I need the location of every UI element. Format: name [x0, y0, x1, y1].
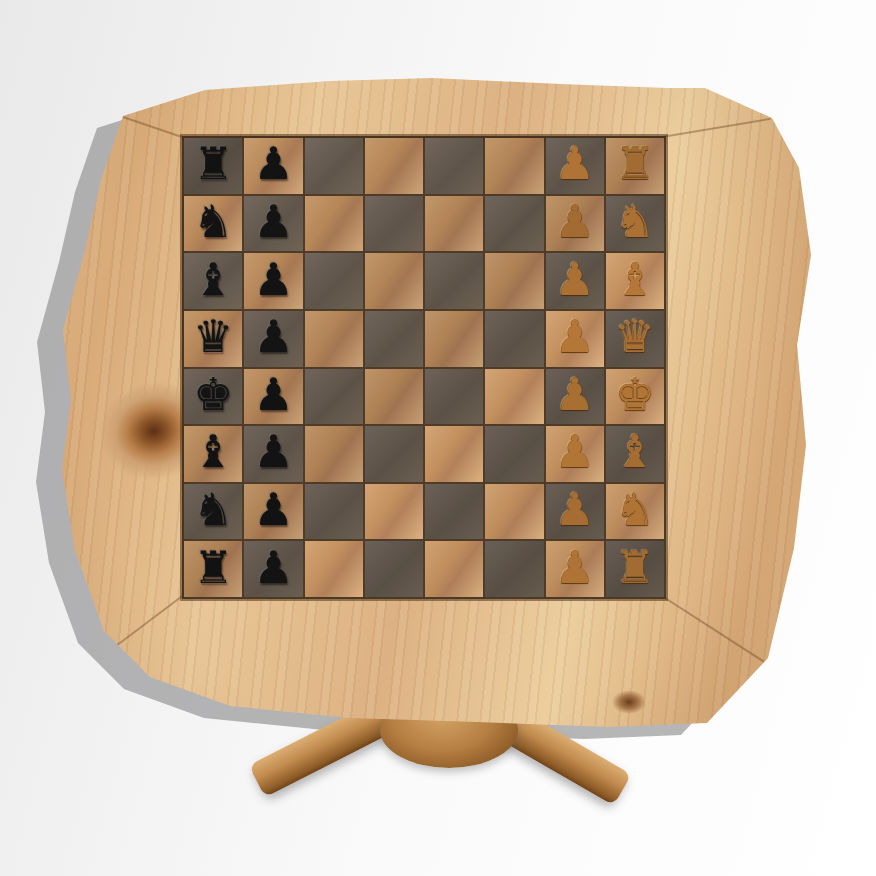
piece-white-knight[interactable]: ♞	[615, 199, 655, 244]
square-r1c7[interactable]: ♟	[546, 138, 604, 194]
square-r7c6[interactable]	[485, 484, 543, 540]
square-r2c4[interactable]	[365, 196, 423, 252]
square-r4c6[interactable]	[485, 311, 543, 367]
square-r3c8[interactable]: ♝	[606, 253, 664, 309]
piece-white-pawn[interactable]: ♟	[554, 257, 594, 302]
square-r6c7[interactable]: ♟	[546, 426, 604, 482]
square-r2c8[interactable]: ♞	[606, 196, 664, 252]
square-r7c1[interactable]: ♞	[184, 484, 242, 540]
square-r5c3[interactable]	[305, 369, 363, 425]
piece-black-pawn[interactable]: ♟	[253, 141, 293, 186]
piece-black-pawn[interactable]: ♟	[253, 257, 293, 302]
square-r3c2[interactable]: ♟	[244, 253, 302, 309]
square-r4c5[interactable]	[425, 311, 483, 367]
square-r6c8[interactable]: ♝	[606, 426, 664, 482]
square-r4c7[interactable]: ♟	[546, 311, 604, 367]
square-r7c5[interactable]	[425, 484, 483, 540]
square-r4c2[interactable]: ♟	[244, 311, 302, 367]
square-r6c2[interactable]: ♟	[244, 426, 302, 482]
square-r7c2[interactable]: ♟	[244, 484, 302, 540]
piece-black-bishop[interactable]: ♝	[193, 429, 233, 474]
square-r6c5[interactable]	[425, 426, 483, 482]
square-r8c5[interactable]	[425, 541, 483, 597]
piece-black-rook[interactable]: ♜	[193, 141, 233, 186]
chess-board[interactable]: ♜♟♟♜♞♟♟♞♝♟♟♝♛♟♟♛♚♟♟♚♝♟♟♝♞♟♟♞♜♟♟♜	[182, 136, 666, 599]
piece-black-pawn[interactable]: ♟	[253, 429, 293, 474]
piece-black-queen[interactable]: ♛	[193, 314, 233, 359]
square-r1c1[interactable]: ♜	[184, 138, 242, 194]
square-r7c7[interactable]: ♟	[546, 484, 604, 540]
piece-white-rook[interactable]: ♜	[615, 141, 655, 186]
square-r6c4[interactable]	[365, 426, 423, 482]
square-r3c4[interactable]	[365, 253, 423, 309]
square-r3c1[interactable]: ♝	[184, 253, 242, 309]
square-r7c4[interactable]	[365, 484, 423, 540]
square-r1c2[interactable]: ♟	[244, 138, 302, 194]
frame-miter-seam-bottom-right	[661, 595, 764, 662]
square-r1c3[interactable]	[305, 138, 363, 194]
piece-black-knight[interactable]: ♞	[193, 487, 233, 532]
square-r3c3[interactable]	[305, 253, 363, 309]
square-r8c2[interactable]: ♟	[244, 541, 302, 597]
square-r5c5[interactable]	[425, 369, 483, 425]
square-r2c3[interactable]	[305, 196, 363, 252]
square-r2c1[interactable]: ♞	[184, 196, 242, 252]
square-r5c1[interactable]: ♚	[184, 369, 242, 425]
piece-black-bishop[interactable]: ♝	[193, 257, 233, 302]
square-r2c5[interactable]	[425, 196, 483, 252]
square-r4c4[interactable]	[365, 311, 423, 367]
piece-black-pawn[interactable]: ♟	[253, 545, 293, 590]
square-r4c3[interactable]	[305, 311, 363, 367]
square-r1c5[interactable]	[425, 138, 483, 194]
square-r2c2[interactable]: ♟	[244, 196, 302, 252]
square-r8c7[interactable]: ♟	[546, 541, 604, 597]
square-r5c8[interactable]: ♚	[606, 369, 664, 425]
square-r8c6[interactable]	[485, 541, 543, 597]
square-r5c2[interactable]: ♟	[244, 369, 302, 425]
square-r6c1[interactable]: ♝	[184, 426, 242, 482]
square-r4c1[interactable]: ♛	[184, 311, 242, 367]
piece-white-pawn[interactable]: ♟	[554, 199, 594, 244]
square-r8c8[interactable]: ♜	[606, 541, 664, 597]
piece-white-pawn[interactable]: ♟	[554, 372, 594, 417]
square-r5c4[interactable]	[365, 369, 423, 425]
piece-white-king[interactable]: ♚	[615, 372, 655, 417]
frame-miter-seam-top-left	[123, 116, 183, 138]
piece-black-knight[interactable]: ♞	[193, 199, 233, 244]
piece-black-pawn[interactable]: ♟	[253, 487, 293, 532]
square-r1c6[interactable]	[485, 138, 543, 194]
square-r3c5[interactable]	[425, 253, 483, 309]
square-r3c6[interactable]	[485, 253, 543, 309]
square-r8c1[interactable]: ♜	[184, 541, 242, 597]
square-r3c7[interactable]: ♟	[546, 253, 604, 309]
piece-white-queen[interactable]: ♛	[615, 314, 655, 359]
square-r8c3[interactable]	[305, 541, 363, 597]
piece-white-rook[interactable]: ♜	[615, 545, 655, 590]
piece-black-pawn[interactable]: ♟	[253, 372, 293, 417]
wood-knot-small	[612, 690, 646, 714]
square-r8c4[interactable]	[365, 541, 423, 597]
piece-white-pawn[interactable]: ♟	[554, 429, 594, 474]
frame-miter-seam-bottom-left	[111, 595, 182, 650]
square-r6c3[interactable]	[305, 426, 363, 482]
square-r2c6[interactable]	[485, 196, 543, 252]
piece-white-bishop[interactable]: ♝	[615, 257, 655, 302]
square-r7c8[interactable]: ♞	[606, 484, 664, 540]
piece-white-pawn[interactable]: ♟	[554, 314, 594, 359]
piece-black-king[interactable]: ♚	[193, 372, 233, 417]
square-r6c6[interactable]	[485, 426, 543, 482]
piece-black-pawn[interactable]: ♟	[253, 199, 293, 244]
square-r1c8[interactable]: ♜	[606, 138, 664, 194]
piece-white-pawn[interactable]: ♟	[554, 487, 594, 532]
square-r5c7[interactable]: ♟	[546, 369, 604, 425]
piece-white-knight[interactable]: ♞	[615, 487, 655, 532]
piece-white-pawn[interactable]: ♟	[554, 141, 594, 186]
square-r4c8[interactable]: ♛	[606, 311, 664, 367]
piece-white-bishop[interactable]: ♝	[615, 429, 655, 474]
piece-black-pawn[interactable]: ♟	[253, 314, 293, 359]
piece-black-rook[interactable]: ♜	[193, 545, 233, 590]
frame-miter-seam-top-right	[662, 118, 771, 138]
square-r5c6[interactable]	[485, 369, 543, 425]
square-r2c7[interactable]: ♟	[546, 196, 604, 252]
square-r7c3[interactable]	[305, 484, 363, 540]
square-r1c4[interactable]	[365, 138, 423, 194]
piece-white-pawn[interactable]: ♟	[554, 545, 594, 590]
photo-background: ♜♟♟♜♞♟♟♞♝♟♟♝♛♟♟♛♚♟♟♚♝♟♟♝♞♟♟♞♜♟♟♜	[0, 0, 876, 876]
